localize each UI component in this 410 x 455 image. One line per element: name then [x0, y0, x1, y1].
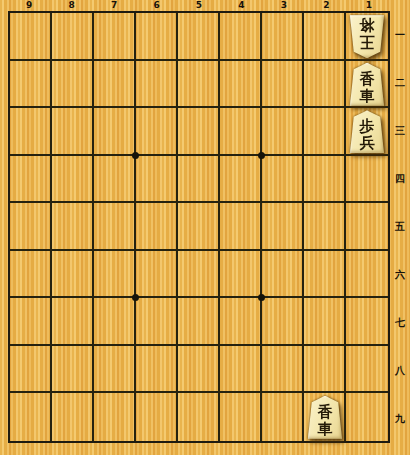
rank-label: 九: [390, 395, 410, 443]
board-cell[interactable]: [52, 298, 94, 346]
board-cell[interactable]: [94, 108, 136, 156]
board-cell[interactable]: [10, 61, 52, 109]
board-cell[interactable]: [346, 393, 388, 441]
board-cell[interactable]: [262, 61, 304, 109]
board-cell[interactable]: [94, 13, 136, 61]
board-cell[interactable]: [10, 346, 52, 394]
board-cell[interactable]: [94, 346, 136, 394]
star-point: [132, 152, 139, 159]
board-cell[interactable]: [304, 13, 346, 61]
board-cell[interactable]: [94, 251, 136, 299]
board-cell[interactable]: [136, 13, 178, 61]
board-cell[interactable]: [346, 298, 388, 346]
board-cell[interactable]: [178, 203, 220, 251]
board-cell[interactable]: [220, 346, 262, 394]
piece-kanji: 王将: [350, 15, 384, 58]
piece-kanji: 香車: [308, 396, 342, 439]
file-label: 4: [220, 0, 262, 11]
board-cell[interactable]: [52, 13, 94, 61]
board-cell[interactable]: [262, 108, 304, 156]
file-label: 5: [178, 0, 220, 11]
board-cell[interactable]: [262, 251, 304, 299]
board-cell[interactable]: [94, 298, 136, 346]
board-cell[interactable]: [304, 346, 346, 394]
shogi-diagram: 987654321 王将香車歩兵香車 一二三四五六七八九: [0, 0, 410, 455]
file-labels: 987654321: [8, 0, 390, 11]
board-cell[interactable]: [178, 61, 220, 109]
board-cell[interactable]: [262, 13, 304, 61]
rank-label: 七: [390, 299, 410, 347]
board-cell[interactable]: [10, 203, 52, 251]
rank-label: 八: [390, 347, 410, 395]
board-cell[interactable]: [52, 203, 94, 251]
board-cell[interactable]: [10, 251, 52, 299]
board-cell[interactable]: [10, 298, 52, 346]
piece-tile: 歩兵: [350, 110, 384, 153]
file-label: 8: [50, 0, 92, 11]
rank-label: 四: [390, 155, 410, 203]
file-label: 9: [8, 0, 50, 11]
board-cell[interactable]: [52, 346, 94, 394]
board-cell[interactable]: [220, 393, 262, 441]
board-cell[interactable]: [52, 61, 94, 109]
board-cell[interactable]: [262, 203, 304, 251]
board-cell[interactable]: [94, 393, 136, 441]
rank-labels: 一二三四五六七八九: [390, 11, 410, 443]
rank-label: 二: [390, 59, 410, 107]
sente-lance[interactable]: 香車: [304, 393, 346, 441]
board-cell[interactable]: [304, 251, 346, 299]
board-cell[interactable]: [220, 203, 262, 251]
board-cell[interactable]: [136, 61, 178, 109]
board-cell[interactable]: [346, 251, 388, 299]
board-cell[interactable]: [136, 251, 178, 299]
file-label: 2: [305, 0, 347, 11]
board-cell[interactable]: [262, 156, 304, 204]
board-cell[interactable]: [10, 156, 52, 204]
board-cell[interactable]: [136, 156, 178, 204]
board-cell[interactable]: [136, 203, 178, 251]
board-cell[interactable]: [136, 393, 178, 441]
board-cell[interactable]: [52, 108, 94, 156]
piece-kanji: 香車: [350, 63, 384, 106]
file-label: 7: [93, 0, 135, 11]
board-cell[interactable]: [220, 251, 262, 299]
board-cell[interactable]: [220, 108, 262, 156]
board-cell[interactable]: [94, 156, 136, 204]
board-cell[interactable]: [220, 61, 262, 109]
rank-label: 一: [390, 11, 410, 59]
board-cell[interactable]: [304, 156, 346, 204]
board-cell[interactable]: [178, 251, 220, 299]
board-cell[interactable]: [262, 298, 304, 346]
piece-tile: 香車: [350, 63, 384, 106]
file-label: 1: [348, 0, 390, 11]
board-cell[interactable]: [178, 156, 220, 204]
board-cell[interactable]: [52, 251, 94, 299]
board-cell[interactable]: [346, 203, 388, 251]
board-cell[interactable]: [346, 156, 388, 204]
star-point: [258, 152, 265, 159]
board-cell[interactable]: [262, 346, 304, 394]
rank-label: 六: [390, 251, 410, 299]
board-cell[interactable]: [178, 13, 220, 61]
board-cell[interactable]: [346, 346, 388, 394]
board-cell[interactable]: [136, 108, 178, 156]
board-cell[interactable]: [262, 393, 304, 441]
board-cell[interactable]: [136, 298, 178, 346]
board-cell[interactable]: [220, 13, 262, 61]
board-cell[interactable]: [10, 393, 52, 441]
sente-lance[interactable]: 香車: [346, 61, 388, 109]
board-cell[interactable]: [10, 108, 52, 156]
file-label: 3: [263, 0, 305, 11]
board-cell[interactable]: [52, 156, 94, 204]
gote-king[interactable]: 王将: [346, 13, 388, 61]
board-cell[interactable]: [178, 346, 220, 394]
board-cell[interactable]: [94, 203, 136, 251]
board-cell[interactable]: [304, 108, 346, 156]
sente-pawn[interactable]: 歩兵: [346, 108, 388, 156]
piece-tile: 王将: [350, 15, 384, 58]
board-cell[interactable]: [304, 298, 346, 346]
piece-tile: 香車: [308, 396, 342, 439]
board-cell[interactable]: [10, 13, 52, 61]
board-cell[interactable]: [304, 61, 346, 109]
board-cell[interactable]: [94, 61, 136, 109]
piece-kanji: 歩兵: [350, 110, 384, 153]
board-cell[interactable]: [52, 393, 94, 441]
file-label: 6: [135, 0, 177, 11]
board-cell[interactable]: [178, 393, 220, 441]
board-cell[interactable]: [220, 156, 262, 204]
board-cell[interactable]: [178, 108, 220, 156]
board-cell[interactable]: [304, 203, 346, 251]
board-grid: [10, 13, 388, 441]
rank-label: 三: [390, 107, 410, 155]
board-cell[interactable]: [220, 298, 262, 346]
rank-label: 五: [390, 203, 410, 251]
shogi-board: 王将香車歩兵香車: [8, 11, 390, 443]
board-cell[interactable]: [136, 346, 178, 394]
board-cell[interactable]: [178, 298, 220, 346]
